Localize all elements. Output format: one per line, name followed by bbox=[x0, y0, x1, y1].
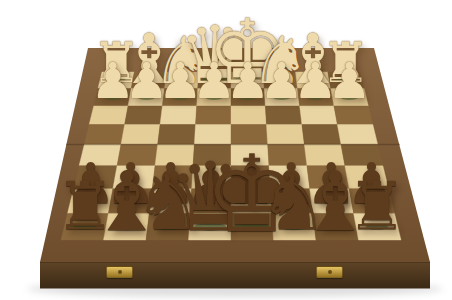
piece-black-queen: ♛ bbox=[167, 150, 252, 245]
piece-black-pawn: ♟ bbox=[226, 156, 276, 212]
piece-black-pawn: ♟ bbox=[105, 156, 155, 212]
piece-black-knight: ♞ bbox=[259, 164, 329, 242]
piece-black-knight: ♞ bbox=[134, 164, 204, 242]
piece-black-rook: ♜ bbox=[347, 173, 407, 239]
piece-black-bishop: ♝ bbox=[298, 161, 371, 243]
brass-clasp-icon bbox=[316, 266, 343, 278]
piece-black-rook: ♜ bbox=[55, 173, 115, 239]
piece-black-king: ♚ bbox=[204, 141, 299, 247]
piece-white-pawn: ♟ bbox=[327, 57, 372, 107]
piece-white-pawn: ♟ bbox=[192, 57, 237, 107]
piece-white-bishop: ♝ bbox=[282, 25, 344, 94]
piece-white-queen: ♛ bbox=[179, 16, 251, 96]
piece-black-pawn: ♟ bbox=[65, 156, 115, 212]
piece-black-pawn: ♟ bbox=[306, 156, 356, 212]
piece-white-pawn: ♟ bbox=[259, 57, 304, 107]
piece-white-pawn: ♟ bbox=[293, 57, 338, 107]
pieces-layer: ♜♝♞♛♚♞♝♜♟♟♟♟♟♟♟♟♟♟♟♟♟♟♟♟♜♝♞♛♚♞♝♜ bbox=[0, 0, 452, 300]
piece-black-pawn: ♟ bbox=[146, 156, 196, 212]
piece-white-pawn: ♟ bbox=[226, 57, 271, 107]
piece-black-pawn: ♟ bbox=[266, 156, 316, 212]
piece-white-rook: ♜ bbox=[91, 35, 141, 91]
piece-white-rook: ♜ bbox=[321, 35, 371, 91]
chess-set-photo: ♜♝♞♛♚♞♝♜♟♟♟♟♟♟♟♟♟♟♟♟♟♟♟♟♜♝♞♛♚♞♝♜ bbox=[0, 0, 452, 300]
piece-black-pawn: ♟ bbox=[346, 156, 396, 212]
piece-white-knight: ♞ bbox=[153, 28, 212, 93]
piece-white-bishop: ♝ bbox=[118, 25, 180, 94]
piece-white-pawn: ♟ bbox=[158, 57, 203, 107]
piece-white-pawn: ♟ bbox=[90, 57, 135, 107]
piece-black-bishop: ♝ bbox=[90, 161, 163, 243]
piece-white-pawn: ♟ bbox=[124, 57, 169, 107]
piece-white-king: ♚ bbox=[207, 8, 287, 98]
piece-white-knight: ♞ bbox=[251, 28, 310, 93]
piece-black-pawn: ♟ bbox=[186, 156, 236, 212]
brass-clasp-icon bbox=[106, 266, 133, 278]
